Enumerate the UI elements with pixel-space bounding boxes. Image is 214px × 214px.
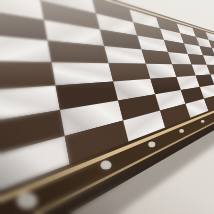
- near-shade-overlay: [0, 0, 214, 214]
- chessboard-product-photo: [0, 0, 214, 214]
- chessboard-photo-canvas: [0, 0, 214, 214]
